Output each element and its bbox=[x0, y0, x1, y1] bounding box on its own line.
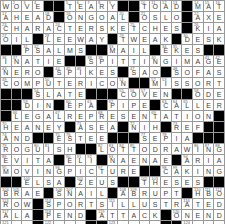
letter-cell[interactable]: 31P bbox=[22, 45, 33, 56]
letter-cell[interactable]: 68R bbox=[97, 111, 108, 122]
letter-cell[interactable]: R bbox=[140, 188, 151, 199]
letter-cell[interactable]: A bbox=[182, 133, 193, 144]
letter-cell[interactable]: S bbox=[214, 67, 225, 78]
letter-cell[interactable]: S bbox=[172, 78, 183, 89]
letter-cell[interactable]: L bbox=[33, 177, 44, 188]
letter-cell[interactable]: A bbox=[44, 45, 55, 56]
letter-cell[interactable]: P bbox=[129, 100, 140, 111]
letter-cell[interactable]: T bbox=[204, 221, 215, 224]
letter-cell[interactable]: S bbox=[54, 144, 65, 155]
letter-cell[interactable]: E bbox=[214, 89, 225, 100]
letter-cell[interactable]: O bbox=[12, 221, 23, 224]
letter-cell[interactable]: I bbox=[44, 56, 55, 67]
letter-cell[interactable]: E bbox=[97, 67, 108, 78]
letter-cell[interactable]: Y bbox=[97, 34, 108, 45]
letter-cell[interactable]: 29T bbox=[118, 34, 129, 45]
letter-cell[interactable]: S bbox=[97, 23, 108, 34]
letter-cell[interactable]: A bbox=[150, 34, 161, 45]
letter-cell[interactable]: X bbox=[204, 12, 215, 23]
letter-cell[interactable]: E bbox=[129, 155, 140, 166]
letter-cell[interactable]: A bbox=[86, 34, 97, 45]
letter-cell[interactable]: A bbox=[108, 12, 119, 23]
letter-cell[interactable]: 6E bbox=[76, 1, 87, 12]
letter-cell[interactable]: R bbox=[214, 100, 225, 111]
letter-cell[interactable]: E bbox=[204, 100, 215, 111]
letter-cell[interactable]: M bbox=[65, 45, 76, 56]
letter-cell[interactable]: N bbox=[140, 155, 151, 166]
letter-cell[interactable]: S bbox=[214, 221, 225, 224]
letter-cell[interactable]: G bbox=[22, 144, 33, 155]
letter-cell[interactable]: D bbox=[214, 210, 225, 221]
letter-cell[interactable]: I bbox=[12, 34, 23, 45]
letter-cell[interactable]: 62P bbox=[108, 100, 119, 111]
letter-cell[interactable]: A bbox=[214, 155, 225, 166]
letter-cell[interactable]: E bbox=[182, 122, 193, 133]
letter-cell[interactable]: 21O bbox=[140, 12, 151, 23]
letter-cell[interactable]: O bbox=[108, 78, 119, 89]
letter-cell[interactable]: W bbox=[129, 34, 140, 45]
letter-cell[interactable]: E bbox=[140, 221, 151, 224]
letter-cell[interactable]: S bbox=[108, 67, 119, 78]
letter-cell[interactable]: S bbox=[172, 23, 183, 34]
letter-cell[interactable]: A bbox=[214, 23, 225, 34]
letter-cell[interactable]: G bbox=[214, 166, 225, 177]
letter-cell[interactable]: N bbox=[204, 111, 215, 122]
letter-cell[interactable]: 77S bbox=[140, 133, 151, 144]
letter-cell[interactable]: L bbox=[161, 12, 172, 23]
letter-cell[interactable]: 67L bbox=[54, 111, 65, 122]
letter-cell[interactable]: 96G bbox=[54, 166, 65, 177]
letter-cell[interactable]: H bbox=[12, 12, 23, 23]
letter-cell[interactable]: I bbox=[33, 166, 44, 177]
letter-cell[interactable]: E bbox=[22, 12, 33, 23]
letter-cell[interactable]: 19O bbox=[65, 12, 76, 23]
letter-cell[interactable]: 58O bbox=[193, 89, 204, 100]
letter-cell[interactable]: T bbox=[33, 155, 44, 166]
letter-cell[interactable]: R bbox=[161, 144, 172, 155]
letter-cell[interactable]: R bbox=[118, 166, 129, 177]
letter-cell[interactable]: A bbox=[193, 221, 204, 224]
letter-cell[interactable]: E bbox=[150, 133, 161, 144]
letter-cell[interactable]: T bbox=[172, 188, 183, 199]
letter-cell[interactable]: 100E bbox=[22, 177, 33, 188]
letter-cell[interactable]: 25T bbox=[129, 23, 140, 34]
letter-cell[interactable]: T bbox=[118, 210, 129, 221]
letter-cell[interactable]: M bbox=[182, 56, 193, 67]
letter-cell[interactable]: P bbox=[86, 111, 97, 122]
letter-cell[interactable]: 73R bbox=[172, 122, 183, 133]
letter-cell[interactable]: 86I bbox=[193, 144, 204, 155]
letter-cell[interactable]: D bbox=[150, 144, 161, 155]
letter-cell[interactable]: T bbox=[54, 78, 65, 89]
letter-cell[interactable]: 35K bbox=[172, 45, 183, 56]
letter-cell[interactable]: H bbox=[12, 23, 23, 34]
letter-cell[interactable]: S bbox=[76, 45, 87, 56]
letter-cell[interactable]: U bbox=[150, 188, 161, 199]
letter-cell[interactable]: A bbox=[22, 56, 33, 67]
letter-cell[interactable]: N bbox=[204, 210, 215, 221]
letter-cell[interactable]: L bbox=[193, 100, 204, 111]
letter-cell[interactable]: F bbox=[193, 67, 204, 78]
letter-cell[interactable]: S bbox=[86, 122, 97, 133]
letter-cell[interactable]: 115I bbox=[108, 199, 119, 210]
letter-cell[interactable]: S bbox=[108, 177, 119, 188]
letter-cell[interactable]: A bbox=[76, 188, 87, 199]
letter-cell[interactable]: V bbox=[12, 155, 23, 166]
letter-cell[interactable]: D bbox=[204, 89, 215, 100]
letter-cell[interactable]: C bbox=[140, 23, 151, 34]
letter-cell[interactable]: 39P bbox=[97, 56, 108, 67]
letter-cell[interactable]: A bbox=[118, 45, 129, 56]
letter-cell[interactable]: R bbox=[22, 67, 33, 78]
letter-cell[interactable]: 27O bbox=[1, 34, 12, 45]
letter-cell[interactable]: R bbox=[65, 111, 76, 122]
letter-cell[interactable]: W bbox=[76, 34, 87, 45]
letter-cell[interactable]: G bbox=[33, 111, 44, 122]
letter-cell[interactable]: 16T bbox=[214, 1, 225, 12]
letter-cell[interactable]: A bbox=[33, 12, 44, 23]
letter-cell[interactable]: 111B bbox=[204, 188, 215, 199]
letter-cell[interactable]: K bbox=[108, 23, 119, 34]
letter-cell[interactable]: E bbox=[182, 45, 193, 56]
letter-cell[interactable]: 99A bbox=[172, 166, 183, 177]
letter-cell[interactable]: R bbox=[76, 199, 87, 210]
letter-cell[interactable]: L bbox=[140, 45, 151, 56]
letter-cell[interactable]: 38S bbox=[86, 56, 97, 67]
letter-cell[interactable]: 60E bbox=[65, 100, 76, 111]
letter-cell[interactable]: 64A bbox=[172, 100, 183, 111]
letter-cell[interactable]: 91L bbox=[76, 155, 87, 166]
letter-cell[interactable]: A bbox=[22, 122, 33, 133]
letter-cell[interactable]: A bbox=[44, 111, 55, 122]
letter-cell[interactable]: T bbox=[86, 199, 97, 210]
letter-cell[interactable]: 32S bbox=[33, 45, 44, 56]
letter-cell[interactable]: O bbox=[12, 166, 23, 177]
letter-cell[interactable]: S bbox=[118, 111, 129, 122]
letter-cell[interactable]: A bbox=[204, 67, 215, 78]
letter-cell[interactable]: T bbox=[65, 23, 76, 34]
letter-cell[interactable]: 103H bbox=[150, 177, 161, 188]
letter-cell[interactable]: 71A bbox=[76, 122, 87, 133]
letter-cell[interactable]: E bbox=[129, 166, 140, 177]
letter-cell[interactable]: 49C bbox=[1, 78, 12, 89]
letter-cell[interactable]: I bbox=[140, 56, 151, 67]
letter-cell[interactable]: R bbox=[86, 23, 97, 34]
letter-cell[interactable]: E bbox=[214, 12, 225, 23]
letter-cell[interactable]: E bbox=[86, 133, 97, 144]
letter-cell[interactable]: O bbox=[97, 12, 108, 23]
letter-cell[interactable]: B bbox=[129, 221, 140, 224]
letter-cell[interactable]: 50U bbox=[44, 78, 55, 89]
letter-cell[interactable]: K bbox=[214, 34, 225, 45]
letter-cell[interactable]: O bbox=[193, 111, 204, 122]
letter-cell[interactable]: 65L bbox=[182, 100, 193, 111]
letter-cell[interactable]: 15A bbox=[204, 1, 215, 12]
letter-cell[interactable]: 85T bbox=[129, 144, 140, 155]
letter-cell[interactable]: R bbox=[204, 78, 215, 89]
letter-cell[interactable]: S bbox=[150, 12, 161, 23]
letter-cell[interactable]: A bbox=[22, 23, 33, 34]
letter-cell[interactable]: 28L bbox=[44, 34, 55, 45]
letter-cell[interactable]: T bbox=[76, 133, 87, 144]
letter-cell[interactable]: P bbox=[161, 188, 172, 199]
letter-cell[interactable]: D bbox=[214, 199, 225, 210]
letter-cell[interactable]: A bbox=[22, 210, 33, 221]
letter-cell[interactable]: Y bbox=[150, 221, 161, 224]
letter-cell[interactable]: 107N bbox=[65, 188, 76, 199]
letter-cell[interactable]: S bbox=[150, 199, 161, 210]
letter-cell[interactable]: E bbox=[65, 78, 76, 89]
letter-cell[interactable]: E bbox=[161, 177, 172, 188]
letter-cell[interactable]: 34E bbox=[161, 45, 172, 56]
letter-cell[interactable]: E bbox=[86, 177, 97, 188]
letter-cell[interactable]: O bbox=[182, 67, 193, 78]
letter-cell[interactable]: E bbox=[182, 177, 193, 188]
letter-cell[interactable]: O bbox=[12, 144, 23, 155]
letter-cell[interactable]: 76S bbox=[65, 133, 76, 144]
letter-cell[interactable]: N bbox=[44, 166, 55, 177]
letter-cell[interactable]: 45P bbox=[65, 67, 76, 78]
letter-cell[interactable]: I bbox=[22, 155, 33, 166]
letter-cell[interactable]: 9Y bbox=[108, 1, 119, 12]
letter-cell[interactable]: E bbox=[65, 34, 76, 45]
letter-cell[interactable]: 94A bbox=[182, 155, 193, 166]
letter-cell[interactable]: 122A bbox=[44, 221, 55, 224]
letter-cell[interactable]: O bbox=[118, 221, 129, 224]
letter-cell[interactable]: C bbox=[86, 166, 97, 177]
letter-cell[interactable]: P bbox=[54, 199, 65, 210]
letter-cell[interactable]: P bbox=[65, 166, 76, 177]
letter-cell[interactable]: A bbox=[108, 122, 119, 133]
letter-cell[interactable]: I bbox=[33, 100, 44, 111]
letter-cell[interactable]: 66L bbox=[12, 111, 23, 122]
letter-cell[interactable]: 63C bbox=[161, 100, 172, 111]
letter-cell[interactable]: D bbox=[22, 133, 33, 144]
letter-cell[interactable]: 13D bbox=[172, 1, 183, 12]
letter-cell[interactable]: A bbox=[54, 89, 65, 100]
letter-cell[interactable]: 2O bbox=[12, 1, 23, 12]
letter-cell[interactable]: 116A bbox=[182, 199, 193, 210]
letter-cell[interactable]: I bbox=[182, 111, 193, 122]
letter-cell[interactable]: N bbox=[33, 122, 44, 133]
letter-cell[interactable]: E bbox=[150, 89, 161, 100]
letter-cell[interactable]: 119A bbox=[97, 210, 108, 221]
letter-cell[interactable]: T bbox=[33, 56, 44, 67]
letter-cell[interactable]: 4E bbox=[33, 1, 44, 12]
letter-cell[interactable]: 80U bbox=[33, 144, 44, 155]
letter-cell[interactable]: 20L bbox=[118, 12, 129, 23]
letter-cell[interactable]: 98C bbox=[161, 166, 172, 177]
letter-cell[interactable]: 120O bbox=[172, 210, 183, 221]
letter-cell[interactable]: 102T bbox=[140, 177, 151, 188]
letter-cell[interactable]: E bbox=[12, 67, 23, 78]
letter-cell[interactable]: U bbox=[108, 166, 119, 177]
letter-cell[interactable]: I bbox=[118, 100, 129, 111]
letter-cell[interactable]: 18D bbox=[44, 12, 55, 23]
letter-cell[interactable]: 12A bbox=[161, 1, 172, 12]
letter-cell[interactable]: E bbox=[97, 122, 108, 133]
letter-cell[interactable]: L bbox=[44, 89, 55, 100]
letter-cell[interactable]: L bbox=[97, 188, 108, 199]
letter-cell[interactable]: N bbox=[76, 12, 87, 23]
letter-cell[interactable]: E bbox=[33, 188, 44, 199]
letter-cell[interactable]: E bbox=[193, 34, 204, 45]
letter-cell[interactable]: O bbox=[33, 67, 44, 78]
letter-cell[interactable]: 24C bbox=[54, 23, 65, 34]
letter-cell[interactable]: O bbox=[65, 221, 76, 224]
letter-cell[interactable]: E bbox=[108, 111, 119, 122]
letter-cell[interactable]: S bbox=[76, 221, 87, 224]
letter-cell[interactable]: C bbox=[97, 78, 108, 89]
letter-cell[interactable]: N bbox=[140, 111, 151, 122]
letter-cell[interactable]: F bbox=[193, 122, 204, 133]
letter-cell[interactable]: A bbox=[172, 144, 183, 155]
letter-cell[interactable]: L bbox=[129, 199, 140, 210]
letter-cell[interactable]: 97T bbox=[97, 166, 108, 177]
letter-cell[interactable]: H bbox=[150, 23, 161, 34]
letter-cell[interactable]: A bbox=[140, 67, 151, 78]
letter-cell[interactable]: 37N bbox=[12, 56, 23, 67]
letter-cell[interactable]: 109B bbox=[129, 188, 140, 199]
letter-cell[interactable]: N bbox=[204, 166, 215, 177]
letter-cell[interactable]: 78P bbox=[161, 133, 172, 144]
letter-cell[interactable]: A bbox=[44, 155, 55, 166]
letter-cell[interactable]: R bbox=[193, 155, 204, 166]
letter-cell[interactable]: M bbox=[22, 78, 33, 89]
letter-cell[interactable]: O bbox=[140, 144, 151, 155]
letter-cell[interactable]: 61A bbox=[86, 100, 97, 111]
letter-cell[interactable]: 59D bbox=[22, 100, 33, 111]
letter-cell[interactable]: K bbox=[86, 67, 97, 78]
letter-cell[interactable]: Y bbox=[22, 221, 33, 224]
letter-cell[interactable]: E bbox=[76, 23, 87, 34]
letter-cell[interactable]: T bbox=[161, 199, 172, 210]
letter-cell[interactable]: W bbox=[22, 199, 33, 210]
letter-cell[interactable]: 88G bbox=[214, 144, 225, 155]
letter-cell[interactable]: 92I bbox=[86, 155, 97, 166]
letter-cell[interactable]: 72N bbox=[129, 122, 140, 133]
letter-cell[interactable]: S bbox=[204, 34, 215, 45]
letter-cell[interactable]: 112O bbox=[214, 188, 225, 199]
letter-cell[interactable]: 52M bbox=[150, 78, 161, 89]
letter-cell[interactable]: 48S bbox=[172, 67, 183, 78]
letter-cell[interactable]: 41G bbox=[204, 56, 215, 67]
letter-cell[interactable]: T bbox=[118, 56, 129, 67]
letter-cell[interactable]: U bbox=[140, 199, 151, 210]
letter-cell[interactable]: 57V bbox=[140, 89, 151, 100]
letter-cell[interactable]: I bbox=[108, 56, 119, 67]
letter-cell[interactable]: 30D bbox=[182, 34, 193, 45]
letter-cell[interactable]: D bbox=[76, 210, 87, 221]
letter-cell[interactable]: C bbox=[140, 210, 151, 221]
letter-cell[interactable]: 87N bbox=[204, 144, 215, 155]
letter-cell[interactable]: 8R bbox=[97, 1, 108, 12]
letter-cell[interactable]: 110H bbox=[193, 188, 204, 199]
letter-cell[interactable]: 106S bbox=[54, 188, 65, 199]
letter-cell[interactable]: A bbox=[22, 188, 33, 199]
letter-cell[interactable]: P bbox=[76, 100, 87, 111]
letter-cell[interactable]: 40N bbox=[150, 56, 161, 67]
letter-cell[interactable]: 93N bbox=[108, 155, 119, 166]
letter-cell[interactable]: A bbox=[150, 155, 161, 166]
letter-cell[interactable]: E bbox=[193, 210, 204, 221]
letter-cell[interactable]: N bbox=[44, 100, 55, 111]
letter-cell[interactable]: 56O bbox=[129, 89, 140, 100]
letter-cell[interactable]: E bbox=[140, 100, 151, 111]
letter-cell[interactable]: 11O bbox=[150, 1, 161, 12]
letter-cell[interactable]: I bbox=[204, 155, 215, 166]
letter-cell[interactable]: A bbox=[118, 155, 129, 166]
letter-cell[interactable]: E bbox=[204, 199, 215, 210]
letter-cell[interactable]: E bbox=[54, 34, 65, 45]
letter-cell[interactable]: 101Z bbox=[76, 177, 87, 188]
letter-cell[interactable]: D bbox=[54, 221, 65, 224]
letter-cell[interactable]: E bbox=[44, 122, 55, 133]
letter-cell[interactable]: A bbox=[161, 111, 172, 122]
letter-cell[interactable]: S bbox=[172, 177, 183, 188]
letter-cell[interactable]: S bbox=[182, 78, 193, 89]
letter-cell[interactable]: I bbox=[86, 188, 97, 199]
letter-cell[interactable]: O bbox=[12, 199, 23, 210]
letter-cell[interactable]: 123T bbox=[108, 221, 119, 224]
letter-cell[interactable]: 55C bbox=[118, 89, 129, 100]
letter-cell[interactable]: E bbox=[76, 89, 87, 100]
letter-cell[interactable]: A bbox=[129, 210, 140, 221]
letter-cell[interactable]: 7A bbox=[86, 1, 97, 12]
letter-cell[interactable]: 124T bbox=[182, 221, 193, 224]
letter-cell[interactable]: O bbox=[12, 78, 23, 89]
letter-cell[interactable]: R bbox=[76, 78, 87, 89]
letter-cell[interactable]: T bbox=[214, 78, 225, 89]
letter-cell[interactable]: I bbox=[129, 45, 140, 56]
letter-cell[interactable]: 26K bbox=[193, 23, 204, 34]
letter-cell[interactable]: O bbox=[65, 199, 76, 210]
letter-cell[interactable]: I bbox=[86, 78, 97, 89]
letter-cell[interactable]: O bbox=[172, 12, 183, 23]
letter-cell[interactable]: 95M bbox=[1, 166, 12, 177]
letter-cell[interactable]: G bbox=[161, 56, 172, 67]
letter-cell[interactable]: 121T bbox=[1, 221, 12, 224]
letter-cell[interactable]: T bbox=[193, 199, 204, 210]
letter-cell[interactable]: S bbox=[193, 45, 204, 56]
letter-cell[interactable]: K bbox=[182, 166, 193, 177]
letter-cell[interactable]: 44S bbox=[54, 67, 65, 78]
letter-cell[interactable]: N bbox=[12, 133, 23, 144]
letter-cell[interactable]: N bbox=[65, 210, 76, 221]
letter-cell[interactable]: 105R bbox=[12, 188, 23, 199]
letter-cell[interactable]: 33M bbox=[108, 45, 119, 56]
letter-cell[interactable]: L bbox=[12, 210, 23, 221]
letter-cell[interactable]: H bbox=[150, 122, 161, 133]
letter-cell[interactable]: 3V bbox=[22, 1, 33, 12]
letter-cell[interactable]: E bbox=[22, 111, 33, 122]
letter-cell[interactable]: E bbox=[54, 210, 65, 221]
letter-cell[interactable]: 108A bbox=[118, 188, 129, 199]
letter-cell[interactable]: U bbox=[97, 177, 108, 188]
letter-cell[interactable]: I bbox=[193, 166, 204, 177]
letter-cell[interactable]: S bbox=[44, 177, 55, 188]
letter-cell[interactable]: 90E bbox=[65, 155, 76, 166]
letter-cell[interactable]: G bbox=[86, 12, 97, 23]
letter-cell[interactable]: E bbox=[12, 122, 23, 133]
letter-cell[interactable]: 84T bbox=[118, 144, 129, 155]
letter-cell[interactable]: L bbox=[118, 199, 129, 210]
letter-cell[interactable]: R bbox=[33, 23, 44, 34]
letter-cell[interactable]: 82L bbox=[97, 144, 108, 155]
letter-cell[interactable]: E bbox=[140, 34, 151, 45]
letter-cell[interactable]: 69T bbox=[150, 111, 161, 122]
letter-cell[interactable]: I bbox=[204, 23, 215, 34]
